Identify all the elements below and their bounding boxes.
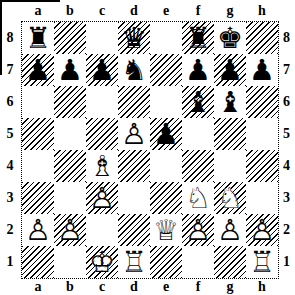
rank-label-1-right: 1 bbox=[278, 246, 295, 278]
piece-fill-glyph: ♛ bbox=[118, 22, 150, 54]
piece-fill-glyph: ♟ bbox=[86, 54, 118, 86]
square-g4[interactable] bbox=[214, 150, 246, 182]
piece-white-pawn-c3[interactable]: ♟♙ bbox=[86, 182, 118, 214]
square-h1[interactable]: ♜♖ bbox=[246, 246, 278, 278]
rank-label-3-left: 3 bbox=[0, 182, 20, 214]
piece-outline-glyph: ♘ bbox=[182, 182, 214, 214]
piece-fill-glyph: ♜ bbox=[22, 22, 54, 54]
rank-labels-right: 87654321 bbox=[278, 22, 295, 278]
piece-fill-glyph: ♜ bbox=[182, 22, 214, 54]
square-a3[interactable] bbox=[22, 182, 54, 214]
square-f4[interactable] bbox=[182, 150, 214, 182]
piece-white-pawn-h2[interactable]: ♟♙ bbox=[246, 214, 278, 246]
square-a6[interactable] bbox=[22, 86, 54, 118]
square-b6[interactable] bbox=[54, 86, 86, 118]
file-label-h-top: h bbox=[246, 1, 278, 20]
square-c2[interactable] bbox=[86, 214, 118, 246]
square-a5[interactable] bbox=[22, 118, 54, 150]
square-c7[interactable]: ♟ bbox=[86, 54, 118, 86]
piece-black-queen-d8[interactable]: ♛ bbox=[118, 22, 150, 54]
square-f8[interactable]: ♜ bbox=[182, 22, 214, 54]
square-e2[interactable]: ♛♕ bbox=[150, 214, 182, 246]
square-a4[interactable] bbox=[22, 150, 54, 182]
piece-outline-glyph: ♖ bbox=[118, 246, 150, 278]
square-b5[interactable] bbox=[54, 118, 86, 150]
rank-label-4-right: 4 bbox=[278, 150, 295, 182]
piece-white-pawn-a2[interactable]: ♟♙ bbox=[22, 214, 54, 246]
piece-fill-glyph: ♟ bbox=[246, 54, 278, 86]
piece-fill-glyph: ♟ bbox=[182, 54, 214, 86]
square-a1[interactable] bbox=[22, 246, 54, 278]
square-e6[interactable] bbox=[150, 86, 182, 118]
square-h2[interactable]: ♟♙ bbox=[246, 214, 278, 246]
square-d5[interactable]: ♟♙ bbox=[118, 118, 150, 150]
piece-fill-glyph: ♝ bbox=[214, 86, 246, 118]
file-label-e-top: e bbox=[150, 1, 182, 20]
file-labels-top: abcdefgh bbox=[22, 1, 278, 20]
piece-black-king-g8[interactable]: ♚ bbox=[214, 22, 246, 54]
piece-outline-glyph: ♙ bbox=[182, 214, 214, 246]
chess-board: ♜♛♜♚♟♟♟♞♟♟♟♝♝♟♙♟♝♗♟♙♞♘♞♘♟♙♟♙♛♕♟♙♟♙♟♙♚♔♜♖… bbox=[21, 21, 279, 279]
piece-outline-glyph: ♙ bbox=[54, 214, 86, 246]
square-d4[interactable] bbox=[118, 150, 150, 182]
square-h6[interactable] bbox=[246, 86, 278, 118]
rank-label-6-left: 6 bbox=[0, 86, 20, 118]
file-label-f-bottom: f bbox=[182, 277, 214, 295]
rank-label-2-left: 2 bbox=[0, 214, 20, 246]
square-g2[interactable]: ♟♙ bbox=[214, 214, 246, 246]
piece-outline-glyph: ♔ bbox=[86, 246, 118, 278]
square-a7[interactable]: ♟ bbox=[22, 54, 54, 86]
square-b8[interactable] bbox=[54, 22, 86, 54]
rank-label-8-left: 8 bbox=[0, 22, 20, 54]
piece-white-knight-f3[interactable]: ♞♘ bbox=[182, 182, 214, 214]
piece-fill-glyph: ♝ bbox=[182, 86, 214, 118]
piece-white-pawn-b2[interactable]: ♟♙ bbox=[54, 214, 86, 246]
square-f6[interactable]: ♝ bbox=[182, 86, 214, 118]
file-label-a-top: a bbox=[22, 1, 54, 20]
file-label-d-top: d bbox=[118, 1, 150, 20]
file-label-e-bottom: e bbox=[150, 277, 182, 295]
square-c3[interactable]: ♟♙ bbox=[86, 182, 118, 214]
square-h8[interactable] bbox=[246, 22, 278, 54]
square-b1[interactable] bbox=[54, 246, 86, 278]
square-g7[interactable]: ♟ bbox=[214, 54, 246, 86]
piece-white-knight-g3[interactable]: ♞♘ bbox=[214, 182, 246, 214]
piece-black-pawn-e5[interactable]: ♟ bbox=[150, 118, 182, 150]
piece-white-rook-d1[interactable]: ♜♖ bbox=[118, 246, 150, 278]
square-d7[interactable]: ♞ bbox=[118, 54, 150, 86]
rank-label-2-right: 2 bbox=[278, 214, 295, 246]
piece-black-rook-a8[interactable]: ♜ bbox=[22, 22, 54, 54]
piece-black-rook-f8[interactable]: ♜ bbox=[182, 22, 214, 54]
square-g5[interactable] bbox=[214, 118, 246, 150]
square-c1[interactable]: ♚♔ bbox=[86, 246, 118, 278]
file-label-f-top: f bbox=[182, 1, 214, 20]
square-a8[interactable]: ♜ bbox=[22, 22, 54, 54]
piece-white-king-c1[interactable]: ♚♔ bbox=[86, 246, 118, 278]
rank-label-5-left: 5 bbox=[0, 118, 20, 150]
rank-label-4-left: 4 bbox=[0, 150, 20, 182]
file-labels-bottom: abcdefgh bbox=[22, 277, 278, 295]
square-f1[interactable] bbox=[182, 246, 214, 278]
piece-fill-glyph: ♟ bbox=[150, 118, 182, 150]
piece-black-pawn-f7[interactable]: ♟ bbox=[182, 54, 214, 86]
piece-outline-glyph: ♘ bbox=[214, 182, 246, 214]
piece-fill-glyph: ♚ bbox=[214, 22, 246, 54]
rank-label-1-left: 1 bbox=[0, 246, 20, 278]
piece-outline-glyph: ♕ bbox=[150, 214, 182, 246]
square-f5[interactable] bbox=[182, 118, 214, 150]
square-d1[interactable]: ♜♖ bbox=[118, 246, 150, 278]
piece-fill-glyph: ♟ bbox=[54, 54, 86, 86]
file-label-g-bottom: g bbox=[214, 277, 246, 295]
piece-outline-glyph: ♗ bbox=[86, 150, 118, 182]
square-f7[interactable]: ♟ bbox=[182, 54, 214, 86]
square-g6[interactable]: ♝ bbox=[214, 86, 246, 118]
rank-label-7-right: 7 bbox=[278, 54, 295, 86]
piece-white-bishop-c4[interactable]: ♝♗ bbox=[86, 150, 118, 182]
square-g1[interactable] bbox=[214, 246, 246, 278]
square-b3[interactable] bbox=[54, 182, 86, 214]
square-c6[interactable] bbox=[86, 86, 118, 118]
square-c4[interactable]: ♝♗ bbox=[86, 150, 118, 182]
piece-outline-glyph: ♙ bbox=[214, 214, 246, 246]
file-label-h-bottom: h bbox=[246, 277, 278, 295]
square-g3[interactable]: ♞♘ bbox=[214, 182, 246, 214]
square-h3[interactable] bbox=[246, 182, 278, 214]
piece-white-pawn-f2[interactable]: ♟♙ bbox=[182, 214, 214, 246]
piece-fill-glyph: ♞ bbox=[118, 54, 150, 86]
piece-black-knight-d7[interactable]: ♞ bbox=[118, 54, 150, 86]
file-label-g-top: g bbox=[214, 1, 246, 20]
square-e7[interactable] bbox=[150, 54, 182, 86]
piece-outline-glyph: ♙ bbox=[118, 118, 150, 150]
piece-black-pawn-g7[interactable]: ♟ bbox=[214, 54, 246, 86]
square-d6[interactable] bbox=[118, 86, 150, 118]
chess-diagram: abcdefgh 87654321 ♜♛♜♚♟♟♟♞♟♟♟♝♝♟♙♟♝♗♟♙♞♘… bbox=[0, 0, 295, 295]
rank-label-8-right: 8 bbox=[278, 22, 295, 54]
piece-black-pawn-b7[interactable]: ♟ bbox=[54, 54, 86, 86]
file-label-b-bottom: b bbox=[54, 277, 86, 295]
piece-fill-glyph: ♟ bbox=[214, 54, 246, 86]
piece-black-pawn-c7[interactable]: ♟ bbox=[86, 54, 118, 86]
file-label-b-top: b bbox=[54, 1, 86, 20]
piece-white-rook-h1[interactable]: ♜♖ bbox=[246, 246, 278, 278]
square-d2[interactable] bbox=[118, 214, 150, 246]
file-label-a-bottom: a bbox=[22, 277, 54, 295]
piece-black-pawn-a7[interactable]: ♟ bbox=[22, 54, 54, 86]
piece-white-pawn-d5[interactable]: ♟♙ bbox=[118, 118, 150, 150]
piece-black-pawn-h7[interactable]: ♟ bbox=[246, 54, 278, 86]
square-a2[interactable]: ♟♙ bbox=[22, 214, 54, 246]
square-f2[interactable]: ♟♙ bbox=[182, 214, 214, 246]
square-e5[interactable]: ♟ bbox=[150, 118, 182, 150]
square-d3[interactable] bbox=[118, 182, 150, 214]
square-h7[interactable]: ♟ bbox=[246, 54, 278, 86]
file-label-d-bottom: d bbox=[118, 277, 150, 295]
piece-white-queen-e2[interactable]: ♛♕ bbox=[150, 214, 182, 246]
square-g8[interactable]: ♚ bbox=[214, 22, 246, 54]
piece-outline-glyph: ♙ bbox=[22, 214, 54, 246]
square-c5[interactable] bbox=[86, 118, 118, 150]
rank-label-5-right: 5 bbox=[278, 118, 295, 150]
piece-black-bishop-g6[interactable]: ♝ bbox=[214, 86, 246, 118]
square-c8[interactable] bbox=[86, 22, 118, 54]
piece-outline-glyph: ♙ bbox=[86, 182, 118, 214]
square-f3[interactable]: ♞♘ bbox=[182, 182, 214, 214]
square-e1[interactable] bbox=[150, 246, 182, 278]
rank-labels-left: 87654321 bbox=[0, 22, 20, 278]
piece-outline-glyph: ♖ bbox=[246, 246, 278, 278]
rank-label-7-left: 7 bbox=[0, 54, 20, 86]
file-label-c-bottom: c bbox=[86, 277, 118, 295]
square-e3[interactable] bbox=[150, 182, 182, 214]
rank-label-6-right: 6 bbox=[278, 86, 295, 118]
square-b4[interactable] bbox=[54, 150, 86, 182]
piece-outline-glyph: ♙ bbox=[246, 214, 278, 246]
rank-label-3-right: 3 bbox=[278, 182, 295, 214]
square-b2[interactable]: ♟♙ bbox=[54, 214, 86, 246]
square-h5[interactable] bbox=[246, 118, 278, 150]
piece-fill-glyph: ♟ bbox=[22, 54, 54, 86]
file-label-c-top: c bbox=[86, 1, 118, 20]
square-h4[interactable] bbox=[246, 150, 278, 182]
square-e8[interactable] bbox=[150, 22, 182, 54]
piece-white-pawn-g2[interactable]: ♟♙ bbox=[214, 214, 246, 246]
piece-black-bishop-f6[interactable]: ♝ bbox=[182, 86, 214, 118]
square-b7[interactable]: ♟ bbox=[54, 54, 86, 86]
square-e4[interactable] bbox=[150, 150, 182, 182]
square-d8[interactable]: ♛ bbox=[118, 22, 150, 54]
